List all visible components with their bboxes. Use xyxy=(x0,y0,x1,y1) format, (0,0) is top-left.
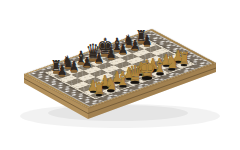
chess-piece-brass-b: ♝ xyxy=(116,69,130,88)
chess-piece-dark-p: ♟ xyxy=(69,59,79,73)
chess-piece-dark-p: ♟ xyxy=(94,50,104,64)
chess-set-photo: ♜♟♞♟♝♟♚♟♛♟♟♝♜♟♟♞♞♟♟♜♝♟♟♚♟♛♟♝♟♞♟♜ xyxy=(0,0,240,150)
pieces-layer: ♜♟♞♟♝♟♚♟♛♟♟♝♜♟♟♞♞♟♟♜♝♟♟♚♟♛♟♝♟♞♟♜ xyxy=(0,0,240,150)
chess-piece-dark-p: ♟ xyxy=(130,37,140,51)
chess-piece-brass-n: ♞ xyxy=(104,75,117,93)
chess-piece-dark-p: ♟ xyxy=(106,46,116,60)
chess-piece-brass-r: ♜ xyxy=(178,50,191,67)
chess-piece-brass-r: ♜ xyxy=(93,80,106,97)
chess-piece-dark-p: ♟ xyxy=(57,63,67,77)
chess-piece-brass-n: ♞ xyxy=(165,53,178,71)
chess-piece-dark-p: ♟ xyxy=(118,42,128,56)
chess-piece-dark-p: ♟ xyxy=(142,33,152,47)
chess-piece-dark-p: ♟ xyxy=(81,54,91,68)
